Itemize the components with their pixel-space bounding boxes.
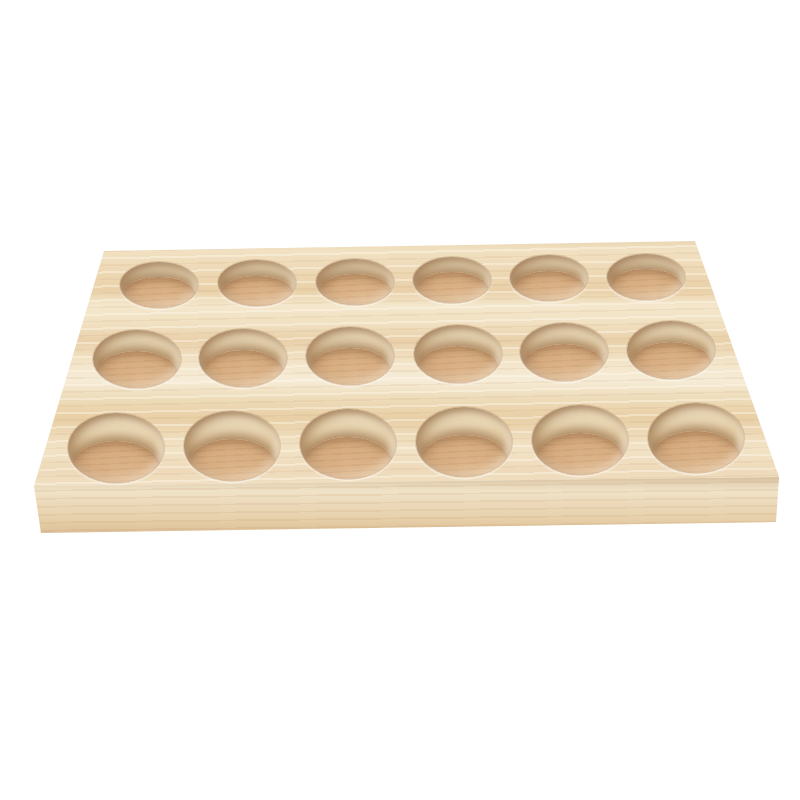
pit-r2c6[interactable] [627,321,715,379]
product-photo-stage: Unfinished natural pine wooden tray boar… [0,0,800,800]
pit-r1c5[interactable] [510,255,588,301]
pit-r2c4[interactable] [414,325,502,383]
pit-r2c3[interactable] [306,327,394,385]
pit-r1c3[interactable] [316,259,394,305]
pit-r1c4[interactable] [413,257,491,303]
pit-grid [0,0,800,800]
pit-r3c2[interactable] [184,411,280,481]
pit-r3c1[interactable] [68,413,164,483]
pit-r3c4[interactable] [416,407,512,477]
pit-r3c6[interactable] [648,403,744,473]
pit-r2c1[interactable] [93,330,181,388]
pit-r2c2[interactable] [199,329,287,387]
pit-r1c1[interactable] [120,262,198,308]
pit-r1c6[interactable] [607,254,685,300]
pit-r3c5[interactable] [532,405,628,475]
pit-r1c2[interactable] [218,260,296,306]
pit-r3c3[interactable] [300,409,396,479]
pit-r2c5[interactable] [520,323,608,381]
